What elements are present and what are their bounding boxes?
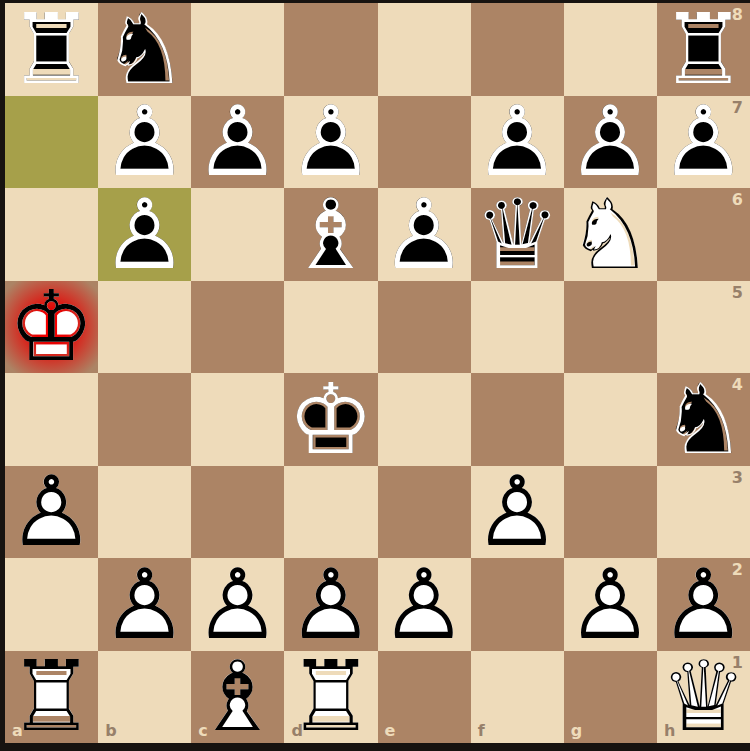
- square-g8[interactable]: [564, 3, 657, 96]
- square-b5[interactable]: [98, 281, 191, 374]
- square-g5[interactable]: [564, 281, 657, 374]
- square-e7[interactable]: [378, 96, 471, 189]
- white-king[interactable]: ♚♔: [5, 281, 98, 374]
- square-a6[interactable]: [5, 188, 98, 281]
- square-a7[interactable]: [5, 96, 98, 189]
- square-b6[interactable]: ♟♙: [98, 188, 191, 281]
- square-a5[interactable]: ♚♔: [5, 281, 98, 374]
- square-h3[interactable]: 3: [657, 466, 750, 559]
- black-bishop-outline-icon: ♗: [284, 188, 377, 281]
- black-rook[interactable]: ♜♖: [5, 3, 98, 96]
- square-d7[interactable]: ♟♙: [284, 96, 377, 189]
- square-a2[interactable]: [5, 558, 98, 651]
- black-pawn[interactable]: ♟♙: [378, 188, 471, 281]
- black-pawn[interactable]: ♟♙: [191, 96, 284, 189]
- rank-label-8: 8: [732, 7, 743, 23]
- square-a1[interactable]: ♜♖a: [5, 651, 98, 744]
- black-pawn-outline-icon: ♙: [471, 96, 564, 189]
- square-f3[interactable]: ♟♙: [471, 466, 564, 559]
- square-g1[interactable]: g: [564, 651, 657, 744]
- white-pawn[interactable]: ♟♙: [284, 558, 377, 651]
- black-queen-outline-icon: ♕: [471, 188, 564, 281]
- square-g4[interactable]: [564, 373, 657, 466]
- black-pawn[interactable]: ♟♙: [471, 96, 564, 189]
- file-label-c: c: [198, 723, 207, 739]
- square-h4[interactable]: ♞♘4: [657, 373, 750, 466]
- rank-label-5: 5: [732, 285, 743, 301]
- chess-board: ♜♖♞♘♜♖8♟♙♟♙♟♙♟♙♟♙♟♙7♟♙♝♗♟♙♛♕♞♘6♚♔5♚♔♞♘4♟…: [5, 3, 750, 743]
- black-pawn[interactable]: ♟♙: [98, 188, 191, 281]
- white-pawn-outline-icon: ♙: [191, 558, 284, 651]
- square-f1[interactable]: f: [471, 651, 564, 744]
- black-pawn-outline-icon: ♙: [378, 188, 471, 281]
- square-b1[interactable]: b: [98, 651, 191, 744]
- black-rook-outline-icon: ♖: [5, 3, 98, 96]
- file-label-e: e: [385, 723, 396, 739]
- square-d6[interactable]: ♝♗: [284, 188, 377, 281]
- square-a3[interactable]: ♟♙: [5, 466, 98, 559]
- white-king-outline-icon: ♔: [5, 281, 98, 374]
- white-pawn[interactable]: ♟♙: [378, 558, 471, 651]
- black-bishop[interactable]: ♝♗: [284, 188, 377, 281]
- square-g3[interactable]: [564, 466, 657, 559]
- square-e6[interactable]: ♟♙: [378, 188, 471, 281]
- square-g7[interactable]: ♟♙: [564, 96, 657, 189]
- black-knight-outline-icon: ♘: [98, 3, 191, 96]
- black-queen[interactable]: ♛♕: [471, 188, 564, 281]
- black-pawn-outline-icon: ♙: [98, 96, 191, 189]
- square-d2[interactable]: ♟♙: [284, 558, 377, 651]
- square-d1[interactable]: ♜♖d: [284, 651, 377, 744]
- square-b7[interactable]: ♟♙: [98, 96, 191, 189]
- square-c3[interactable]: [191, 466, 284, 559]
- black-knight[interactable]: ♞♘: [98, 3, 191, 96]
- white-pawn-outline-icon: ♙: [5, 466, 98, 559]
- rank-label-6: 6: [732, 192, 743, 208]
- white-pawn-outline-icon: ♙: [98, 558, 191, 651]
- rank-label-3: 3: [732, 470, 743, 486]
- square-f5[interactable]: [471, 281, 564, 374]
- square-b2[interactable]: ♟♙: [98, 558, 191, 651]
- square-f8[interactable]: [471, 3, 564, 96]
- rank-label-4: 4: [732, 377, 743, 393]
- white-pawn[interactable]: ♟♙: [98, 558, 191, 651]
- rank-label-1: 1: [732, 655, 743, 671]
- square-c1[interactable]: ♝♗c: [191, 651, 284, 744]
- square-c4[interactable]: [191, 373, 284, 466]
- square-h8[interactable]: ♜♖8: [657, 3, 750, 96]
- file-label-h: h: [664, 723, 675, 739]
- black-pawn-outline-icon: ♙: [98, 188, 191, 281]
- square-h1[interactable]: ♛♕1h: [657, 651, 750, 744]
- square-b8[interactable]: ♞♘: [98, 3, 191, 96]
- square-g2[interactable]: ♟♙: [564, 558, 657, 651]
- square-c8[interactable]: [191, 3, 284, 96]
- white-pawn-outline-icon: ♙: [471, 466, 564, 559]
- square-d4[interactable]: ♚♔: [284, 373, 377, 466]
- black-pawn-outline-icon: ♙: [284, 96, 377, 189]
- white-pawn[interactable]: ♟♙: [471, 466, 564, 559]
- square-c5[interactable]: [191, 281, 284, 374]
- file-label-b: b: [105, 723, 116, 739]
- square-b3[interactable]: [98, 466, 191, 559]
- square-e2[interactable]: ♟♙: [378, 558, 471, 651]
- square-a8[interactable]: ♜♖: [5, 3, 98, 96]
- square-h5[interactable]: 5: [657, 281, 750, 374]
- black-pawn[interactable]: ♟♙: [564, 96, 657, 189]
- board-frame: ♜♖♞♘♜♖8♟♙♟♙♟♙♟♙♟♙♟♙7♟♙♝♗♟♙♛♕♞♘6♚♔5♚♔♞♘4♟…: [0, 0, 750, 751]
- white-pawn[interactable]: ♟♙: [191, 558, 284, 651]
- rank-label-7: 7: [732, 100, 743, 116]
- square-d3[interactable]: [284, 466, 377, 559]
- white-knight[interactable]: ♞♘: [564, 188, 657, 281]
- white-knight-outline-icon: ♘: [564, 188, 657, 281]
- square-c7[interactable]: ♟♙: [191, 96, 284, 189]
- white-pawn-outline-icon: ♙: [378, 558, 471, 651]
- square-b4[interactable]: [98, 373, 191, 466]
- white-pawn-outline-icon: ♙: [564, 558, 657, 651]
- square-e3[interactable]: [378, 466, 471, 559]
- square-c2[interactable]: ♟♙: [191, 558, 284, 651]
- black-pawn-outline-icon: ♙: [191, 96, 284, 189]
- square-d5[interactable]: [284, 281, 377, 374]
- square-h7[interactable]: ♟♙7: [657, 96, 750, 189]
- white-pawn[interactable]: ♟♙: [564, 558, 657, 651]
- rank-label-2: 2: [732, 562, 743, 578]
- square-f7[interactable]: ♟♙: [471, 96, 564, 189]
- square-d8[interactable]: [284, 3, 377, 96]
- white-pawn-outline-icon: ♙: [284, 558, 377, 651]
- black-pawn-outline-icon: ♙: [564, 96, 657, 189]
- square-c6[interactable]: [191, 188, 284, 281]
- file-label-f: f: [478, 723, 485, 739]
- square-f6[interactable]: ♛♕: [471, 188, 564, 281]
- square-e1[interactable]: e: [378, 651, 471, 744]
- square-g6[interactable]: ♞♘: [564, 188, 657, 281]
- square-a4[interactable]: [5, 373, 98, 466]
- file-label-a: a: [12, 723, 23, 739]
- file-label-d: d: [291, 723, 302, 739]
- black-king-outline-icon: ♔: [284, 373, 377, 466]
- square-h2[interactable]: ♟♙2: [657, 558, 750, 651]
- square-e8[interactable]: [378, 3, 471, 96]
- square-f4[interactable]: [471, 373, 564, 466]
- white-pawn[interactable]: ♟♙: [5, 466, 98, 559]
- square-e4[interactable]: [378, 373, 471, 466]
- file-label-g: g: [571, 723, 582, 739]
- square-e5[interactable]: [378, 281, 471, 374]
- square-f2[interactable]: [471, 558, 564, 651]
- black-pawn[interactable]: ♟♙: [98, 96, 191, 189]
- black-pawn[interactable]: ♟♙: [284, 96, 377, 189]
- black-king[interactable]: ♚♔: [284, 373, 377, 466]
- square-h6[interactable]: 6: [657, 188, 750, 281]
